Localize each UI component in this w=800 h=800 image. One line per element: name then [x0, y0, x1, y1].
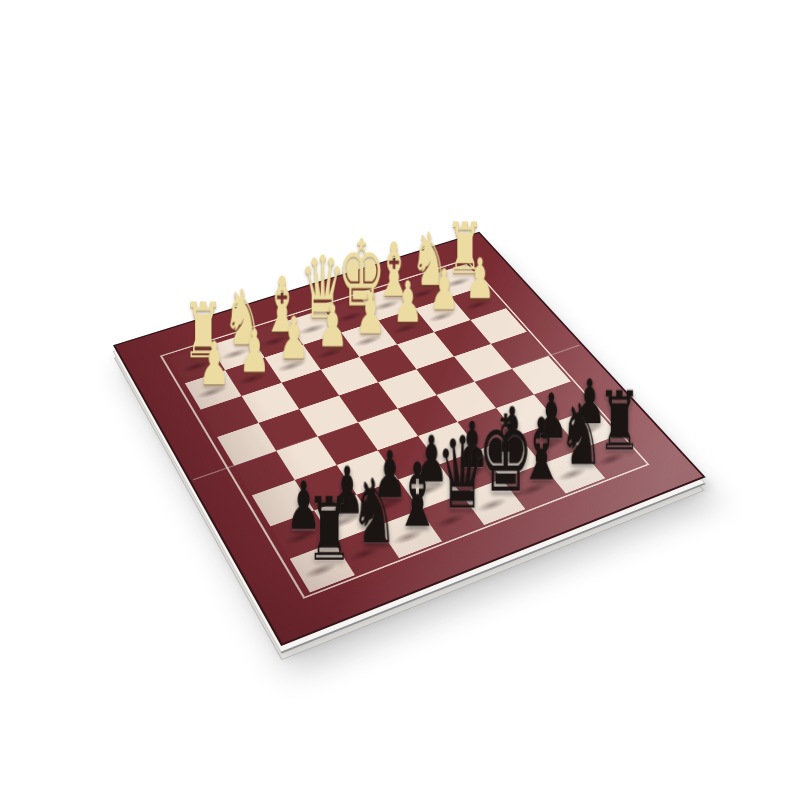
white-pawn-glyph: ♟: [198, 336, 227, 393]
white-pawn-glyph: ♟: [393, 275, 420, 329]
black-knight-glyph: ♞: [350, 469, 382, 554]
chessboard: ♜♞♝♛♚♝♞♜♟♟♟♟♟♟♟♟♟♟♟♟♟♟♟♟♜♞♝♛♚♝♞♜: [113, 232, 706, 646]
black-queen-glyph: ♛: [436, 427, 467, 521]
white-pawn-glyph: ♟: [355, 287, 383, 342]
white-pawn-glyph: ♟: [278, 311, 306, 367]
product-photo-scene: ♜♞♝♛♚♝♞♜♟♟♟♟♟♟♟♟♟♟♟♟♟♟♟♟♜♞♝♛♚♝♞♜: [0, 0, 800, 800]
black-rook-glyph: ♜: [306, 487, 339, 570]
white-pawn-glyph: ♟: [465, 252, 492, 305]
white-pawn-glyph: ♟: [239, 323, 267, 379]
white-pawn-glyph: ♟: [317, 299, 345, 354]
white-pawn-glyph: ♟: [429, 263, 456, 317]
black-bishop-glyph: ♝: [394, 453, 426, 537]
